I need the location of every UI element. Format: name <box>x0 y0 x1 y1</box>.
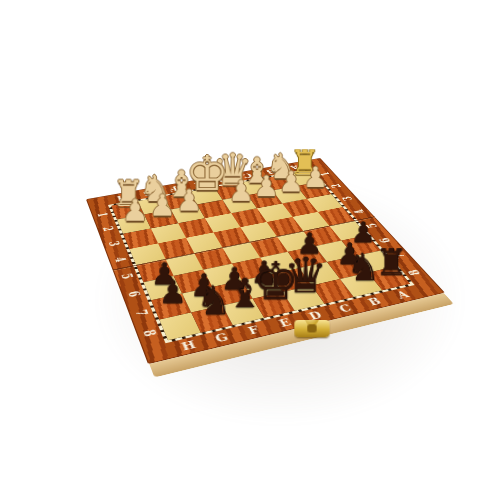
product-photo: HGFEDCBA HGFEDCBA 12345678 12345678 ♜♞♝♚… <box>0 0 500 500</box>
piece-bN-B8: ♞ <box>346 249 380 287</box>
piece-bB-F8: ♝ <box>227 274 263 314</box>
clasp <box>294 320 329 338</box>
board-scene: HGFEDCBA HGFEDCBA 12345678 12345678 ♜♞♝♚… <box>111 103 389 381</box>
piece-bN-G8: ♞ <box>195 281 231 321</box>
rank-right-3: 3 <box>332 192 363 204</box>
piece-bP-H7: ♟ <box>158 277 186 308</box>
square-G8: ♞ <box>191 305 233 332</box>
